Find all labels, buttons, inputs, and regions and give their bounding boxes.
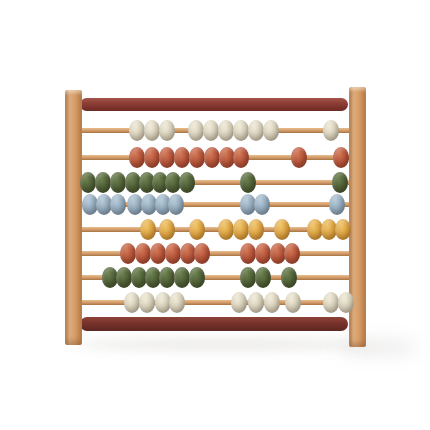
bead-row7-9-green[interactable] [255, 267, 271, 288]
bead-row6-1-rust[interactable] [120, 243, 136, 264]
bead-row2-3-rust[interactable] [159, 147, 175, 168]
bead-row7-10-green[interactable] [281, 267, 297, 288]
abacus-scene [0, 0, 430, 430]
bead-row5-4-amber[interactable] [218, 219, 234, 240]
bead-row3-10-green[interactable] [332, 172, 348, 193]
bead-row4-7-blue[interactable] [168, 194, 184, 215]
bead-row6-2-rust[interactable] [135, 243, 151, 264]
bead-row8-6-cream[interactable] [248, 292, 264, 313]
bead-row4-10-blue[interactable] [329, 194, 345, 215]
bead-row2-9-rust[interactable] [291, 147, 307, 168]
bead-row1-9-cream[interactable] [263, 120, 279, 141]
bead-row5-2-amber[interactable] [159, 219, 175, 240]
bottom-crossbar [80, 317, 348, 331]
bead-row4-3-blue[interactable] [110, 194, 126, 215]
bead-row7-7-green[interactable] [189, 267, 205, 288]
bead-row8-4-cream[interactable] [169, 292, 185, 313]
bead-row8-7-cream[interactable] [264, 292, 280, 313]
bead-row7-6-green[interactable] [174, 267, 190, 288]
bead-row3-1-green[interactable] [80, 172, 96, 193]
bead-row1-5-cream[interactable] [203, 120, 219, 141]
bead-row2-6-rust[interactable] [204, 147, 220, 168]
bead-row3-2-green[interactable] [95, 172, 111, 193]
rod-8 [78, 300, 352, 305]
bead-row8-10-cream[interactable] [338, 292, 354, 313]
bead-row1-10-cream[interactable] [323, 120, 339, 141]
bead-row7-5-green[interactable] [159, 267, 175, 288]
bead-row1-3-cream[interactable] [159, 120, 175, 141]
bead-row3-3-green[interactable] [110, 172, 126, 193]
bead-row1-4-cream[interactable] [188, 120, 204, 141]
bead-row2-4-rust[interactable] [174, 147, 190, 168]
bead-row8-5-cream[interactable] [231, 292, 247, 313]
bead-row5-10-amber[interactable] [335, 219, 351, 240]
bead-row8-9-cream[interactable] [323, 292, 339, 313]
bead-row4-9-blue[interactable] [254, 194, 270, 215]
bead-row7-2-green[interactable] [116, 267, 132, 288]
bead-row2-10-rust[interactable] [333, 147, 349, 168]
bead-row2-2-rust[interactable] [144, 147, 160, 168]
bead-row1-1-cream[interactable] [129, 120, 145, 141]
bead-row7-8-green[interactable] [240, 267, 256, 288]
bead-row8-8-cream[interactable] [285, 292, 301, 313]
bead-row6-4-rust[interactable] [165, 243, 181, 264]
abacus-frame [0, 0, 430, 430]
bead-row5-1-amber[interactable] [140, 219, 156, 240]
bead-row8-2-cream[interactable] [139, 292, 155, 313]
bead-row2-1-rust[interactable] [129, 147, 145, 168]
bead-row6-7-rust[interactable] [240, 243, 256, 264]
bead-row6-10-rust[interactable] [284, 243, 300, 264]
bead-row5-5-amber[interactable] [233, 219, 249, 240]
bead-row5-7-amber[interactable] [274, 219, 290, 240]
bead-row3-9-green[interactable] [240, 172, 256, 193]
bead-row1-8-cream[interactable] [248, 120, 264, 141]
bead-row1-2-cream[interactable] [144, 120, 160, 141]
bead-row6-8-rust[interactable] [255, 243, 271, 264]
bead-row2-5-rust[interactable] [189, 147, 205, 168]
left-post [65, 90, 82, 345]
bead-row8-1-cream[interactable] [124, 292, 140, 313]
bead-row2-8-rust[interactable] [233, 147, 249, 168]
bead-row6-6-rust[interactable] [194, 243, 210, 264]
bead-row5-3-amber[interactable] [189, 219, 205, 240]
bead-row3-8-green[interactable] [179, 172, 195, 193]
top-crossbar [80, 98, 348, 111]
bead-row5-6-amber[interactable] [248, 219, 264, 240]
bead-row6-3-rust[interactable] [150, 243, 166, 264]
bead-row1-7-cream[interactable] [233, 120, 249, 141]
bead-row1-6-cream[interactable] [218, 120, 234, 141]
